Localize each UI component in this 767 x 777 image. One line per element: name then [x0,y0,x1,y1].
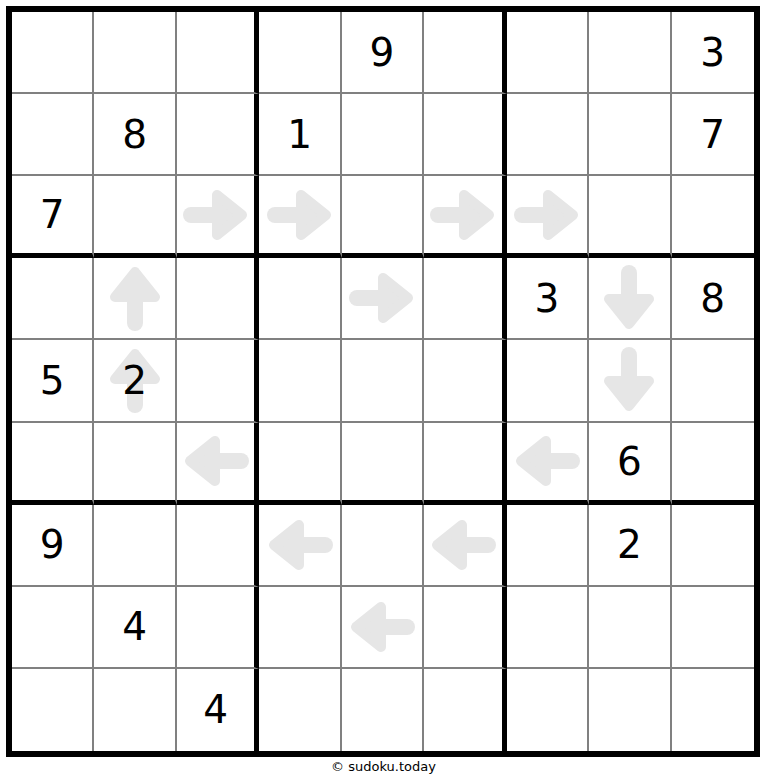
cell-r6c8[interactable]: 6 [589,423,671,505]
cell-r4c7[interactable]: 3 [507,258,589,340]
given-digit: 2 [122,361,147,400]
arrow-left-icon [183,434,249,488]
cell-r2c2[interactable]: 8 [94,94,176,176]
cell-r8c9[interactable] [672,587,754,669]
cell-r1c1[interactable] [12,12,94,94]
given-digit: 3 [534,279,559,318]
cell-r6c5[interactable] [342,423,424,505]
cell-r7c2[interactable] [94,505,176,587]
cell-r1c5[interactable]: 9 [342,12,424,94]
arrow-right-icon [267,188,333,242]
cell-r1c9[interactable]: 3 [672,12,754,94]
cell-r4c2[interactable] [94,258,176,340]
cell-r9c7[interactable] [507,669,589,751]
cell-r5c9[interactable] [672,340,754,422]
cell-r3c5[interactable] [342,176,424,258]
cell-r4c8[interactable] [589,258,671,340]
cell-r7c8[interactable]: 2 [589,505,671,587]
cell-r2c5[interactable] [342,94,424,176]
given-digit: 9 [370,33,395,72]
arrow-left-icon [267,518,333,572]
cell-r3c7[interactable] [507,176,589,258]
cell-r5c3[interactable] [177,340,259,422]
cell-r5c4[interactable] [259,340,341,422]
arrow-right-icon [430,188,496,242]
cell-r2c6[interactable] [424,94,506,176]
cell-r2c3[interactable] [177,94,259,176]
cell-r4c4[interactable] [259,258,341,340]
cell-r3c8[interactable] [589,176,671,258]
cell-r1c2[interactable] [94,12,176,94]
cell-r3c3[interactable] [177,176,259,258]
arrow-right-icon [514,188,580,242]
given-digit: 4 [203,690,228,729]
cell-r9c2[interactable] [94,669,176,751]
cell-r9c3[interactable]: 4 [177,669,259,751]
puzzle-page: 938177385269244 © sudoku.today [0,0,767,777]
cell-r5c5[interactable] [342,340,424,422]
cell-r3c6[interactable] [424,176,506,258]
cell-r2c9[interactable]: 7 [672,94,754,176]
cell-r2c4[interactable]: 1 [259,94,341,176]
cell-r8c3[interactable] [177,587,259,669]
cell-r4c1[interactable] [12,258,94,340]
cell-r8c6[interactable] [424,587,506,669]
cell-r3c2[interactable] [94,176,176,258]
cell-r7c4[interactable] [259,505,341,587]
cell-r7c1[interactable]: 9 [12,505,94,587]
sudoku-board: 938177385269244 [6,6,760,757]
cell-r2c7[interactable] [507,94,589,176]
given-digit: 7 [700,115,725,154]
cell-r9c8[interactable] [589,669,671,751]
cell-r2c8[interactable] [589,94,671,176]
cell-r3c4[interactable] [259,176,341,258]
cell-r8c8[interactable] [589,587,671,669]
arrow-right-icon [183,188,249,242]
cell-r9c1[interactable] [12,669,94,751]
cell-r4c6[interactable] [424,258,506,340]
cell-r6c4[interactable] [259,423,341,505]
cell-r5c7[interactable] [507,340,589,422]
cell-r6c2[interactable] [94,423,176,505]
given-digit: 6 [617,442,642,481]
cell-r6c3[interactable] [177,423,259,505]
arrow-right-icon [349,271,415,325]
cell-r7c7[interactable] [507,505,589,587]
arrow-up-icon [108,265,162,331]
cell-r8c5[interactable] [342,587,424,669]
cell-r8c2[interactable]: 4 [94,587,176,669]
given-digit: 2 [617,525,642,564]
arrow-left-icon [349,600,415,654]
cell-r5c1[interactable]: 5 [12,340,94,422]
cell-r4c9[interactable]: 8 [672,258,754,340]
cell-r9c5[interactable] [342,669,424,751]
given-digit: 4 [122,607,147,646]
cell-r3c9[interactable] [672,176,754,258]
cell-r7c9[interactable] [672,505,754,587]
given-digit: 5 [40,361,65,400]
cell-r5c2[interactable]: 2 [94,340,176,422]
cell-r5c6[interactable] [424,340,506,422]
arrow-left-icon [514,434,580,488]
cell-r1c7[interactable] [507,12,589,94]
cell-r4c3[interactable] [177,258,259,340]
copyright-caption: © sudoku.today [0,757,767,777]
cell-r5c8[interactable] [589,340,671,422]
cell-r8c4[interactable] [259,587,341,669]
cell-r3c1[interactable]: 7 [12,176,94,258]
cell-r7c6[interactable] [424,505,506,587]
arrow-left-icon [430,518,496,572]
cell-r6c9[interactable] [672,423,754,505]
cell-r7c3[interactable] [177,505,259,587]
arrow-down-icon [602,265,656,331]
given-digit: 3 [700,33,725,72]
cell-r6c7[interactable] [507,423,589,505]
given-digit: 7 [40,195,65,234]
given-digit: 8 [122,115,147,154]
cell-r9c4[interactable] [259,669,341,751]
cell-r1c4[interactable] [259,12,341,94]
cell-r9c6[interactable] [424,669,506,751]
cell-r7c5[interactable] [342,505,424,587]
cell-r1c8[interactable] [589,12,671,94]
cell-r9c9[interactable] [672,669,754,751]
given-digit: 9 [40,525,65,564]
arrow-down-icon [602,347,656,413]
cell-r2c1[interactable] [12,94,94,176]
cell-r8c1[interactable] [12,587,94,669]
cell-r1c6[interactable] [424,12,506,94]
given-digit: 1 [287,115,312,154]
cell-r8c7[interactable] [507,587,589,669]
cell-r6c6[interactable] [424,423,506,505]
given-digit: 8 [700,279,725,318]
cell-r1c3[interactable] [177,12,259,94]
cell-r4c5[interactable] [342,258,424,340]
cell-r6c1[interactable] [12,423,94,505]
